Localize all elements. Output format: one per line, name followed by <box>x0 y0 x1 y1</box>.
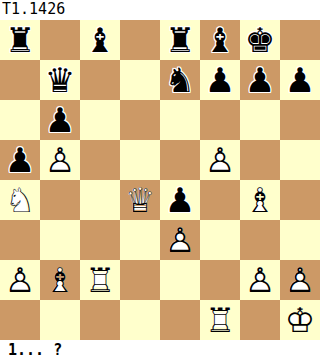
square-h2[interactable]: ♟♙ <box>280 260 320 300</box>
square-d5[interactable] <box>120 140 160 180</box>
square-c4[interactable] <box>80 180 120 220</box>
white-pawn: ♙ <box>240 260 280 300</box>
square-f3[interactable] <box>200 220 240 260</box>
square-d7[interactable] <box>120 60 160 100</box>
white-king: ♔ <box>280 300 320 340</box>
square-f5[interactable]: ♟♙ <box>200 140 240 180</box>
square-b3[interactable] <box>40 220 80 260</box>
black-pawn: ♟ <box>240 60 280 100</box>
square-f2[interactable] <box>200 260 240 300</box>
square-b1[interactable] <box>40 300 80 340</box>
square-d4[interactable]: ♛♕ <box>120 180 160 220</box>
move-prompt: 1... ? <box>0 340 320 360</box>
white-bishop: ♗ <box>240 180 280 220</box>
square-g4[interactable]: ♝♗ <box>240 180 280 220</box>
white-pawn-fill: ♟ <box>0 260 40 300</box>
square-g8[interactable]: ♚ <box>240 20 280 60</box>
white-pawn-fill: ♟ <box>200 140 240 180</box>
square-c6[interactable] <box>80 100 120 140</box>
white-pawn: ♙ <box>0 260 40 300</box>
white-queen: ♕ <box>120 180 160 220</box>
white-pawn-fill: ♟ <box>280 260 320 300</box>
square-h3[interactable] <box>280 220 320 260</box>
square-a2[interactable]: ♟♙ <box>0 260 40 300</box>
square-h6[interactable] <box>280 100 320 140</box>
white-rook-fill: ♜ <box>200 300 240 340</box>
white-pawn: ♙ <box>280 260 320 300</box>
square-a5[interactable]: ♟ <box>0 140 40 180</box>
square-d6[interactable] <box>120 100 160 140</box>
white-pawn: ♙ <box>200 140 240 180</box>
square-e5[interactable] <box>160 140 200 180</box>
white-queen-fill: ♛ <box>120 180 160 220</box>
square-f7[interactable]: ♟ <box>200 60 240 100</box>
square-h5[interactable] <box>280 140 320 180</box>
square-c7[interactable] <box>80 60 120 100</box>
square-g2[interactable]: ♟♙ <box>240 260 280 300</box>
white-rook: ♖ <box>80 260 120 300</box>
square-f4[interactable] <box>200 180 240 220</box>
square-a4[interactable]: ♞♘ <box>0 180 40 220</box>
white-pawn-fill: ♟ <box>40 140 80 180</box>
white-king-fill: ♚ <box>280 300 320 340</box>
white-knight-fill: ♞ <box>0 180 40 220</box>
white-bishop-fill: ♝ <box>240 180 280 220</box>
square-g3[interactable] <box>240 220 280 260</box>
black-rook: ♜ <box>160 20 200 60</box>
square-c2[interactable]: ♜♖ <box>80 260 120 300</box>
black-bishop: ♝ <box>200 20 240 60</box>
square-b8[interactable] <box>40 20 80 60</box>
square-b5[interactable]: ♟♙ <box>40 140 80 180</box>
square-e6[interactable] <box>160 100 200 140</box>
square-h8[interactable] <box>280 20 320 60</box>
black-king: ♚ <box>240 20 280 60</box>
black-pawn: ♟ <box>40 100 80 140</box>
square-a7[interactable] <box>0 60 40 100</box>
square-a6[interactable] <box>0 100 40 140</box>
white-pawn-fill: ♟ <box>240 260 280 300</box>
square-c8[interactable]: ♝ <box>80 20 120 60</box>
square-e2[interactable] <box>160 260 200 300</box>
square-d3[interactable] <box>120 220 160 260</box>
chess-board: ♜♝♜♝♚♛♞♟♟♟♟♟♟♙♟♙♞♘♛♕♟♝♗♟♙♟♙♝♗♜♖♟♙♟♙♜♖♚♔ <box>0 20 320 340</box>
black-pawn: ♟ <box>160 180 200 220</box>
black-pawn: ♟ <box>280 60 320 100</box>
black-pawn: ♟ <box>200 60 240 100</box>
puzzle-title: T1.1426 <box>0 0 320 20</box>
square-g5[interactable] <box>240 140 280 180</box>
square-f8[interactable]: ♝ <box>200 20 240 60</box>
square-c1[interactable] <box>80 300 120 340</box>
square-h1[interactable]: ♚♔ <box>280 300 320 340</box>
black-pawn: ♟ <box>0 140 40 180</box>
square-b4[interactable] <box>40 180 80 220</box>
square-b6[interactable]: ♟ <box>40 100 80 140</box>
black-knight: ♞ <box>160 60 200 100</box>
white-rook-fill: ♜ <box>80 260 120 300</box>
black-bishop: ♝ <box>80 20 120 60</box>
square-a1[interactable] <box>0 300 40 340</box>
white-bishop: ♗ <box>40 260 80 300</box>
square-d8[interactable] <box>120 20 160 60</box>
white-rook: ♖ <box>200 300 240 340</box>
square-d1[interactable] <box>120 300 160 340</box>
square-b7[interactable]: ♛ <box>40 60 80 100</box>
square-a8[interactable]: ♜ <box>0 20 40 60</box>
square-a3[interactable] <box>0 220 40 260</box>
square-f6[interactable] <box>200 100 240 140</box>
white-pawn-fill: ♟ <box>160 220 200 260</box>
white-knight: ♘ <box>0 180 40 220</box>
black-rook: ♜ <box>0 20 40 60</box>
black-queen: ♛ <box>40 60 80 100</box>
square-e8[interactable]: ♜ <box>160 20 200 60</box>
square-e7[interactable]: ♞ <box>160 60 200 100</box>
square-b2[interactable]: ♝♗ <box>40 260 80 300</box>
square-e4[interactable]: ♟ <box>160 180 200 220</box>
square-e3[interactable]: ♟♙ <box>160 220 200 260</box>
square-d2[interactable] <box>120 260 160 300</box>
white-pawn: ♙ <box>40 140 80 180</box>
square-h7[interactable]: ♟ <box>280 60 320 100</box>
square-h4[interactable] <box>280 180 320 220</box>
white-bishop-fill: ♝ <box>40 260 80 300</box>
square-g6[interactable] <box>240 100 280 140</box>
square-e1[interactable] <box>160 300 200 340</box>
square-g1[interactable] <box>240 300 280 340</box>
square-c5[interactable] <box>80 140 120 180</box>
puzzle-page: T1.1426 ♜♝♜♝♚♛♞♟♟♟♟♟♟♙♟♙♞♘♛♕♟♝♗♟♙♟♙♝♗♜♖♟… <box>0 0 320 360</box>
white-pawn: ♙ <box>160 220 200 260</box>
square-c3[interactable] <box>80 220 120 260</box>
square-g7[interactable]: ♟ <box>240 60 280 100</box>
square-f1[interactable]: ♜♖ <box>200 300 240 340</box>
